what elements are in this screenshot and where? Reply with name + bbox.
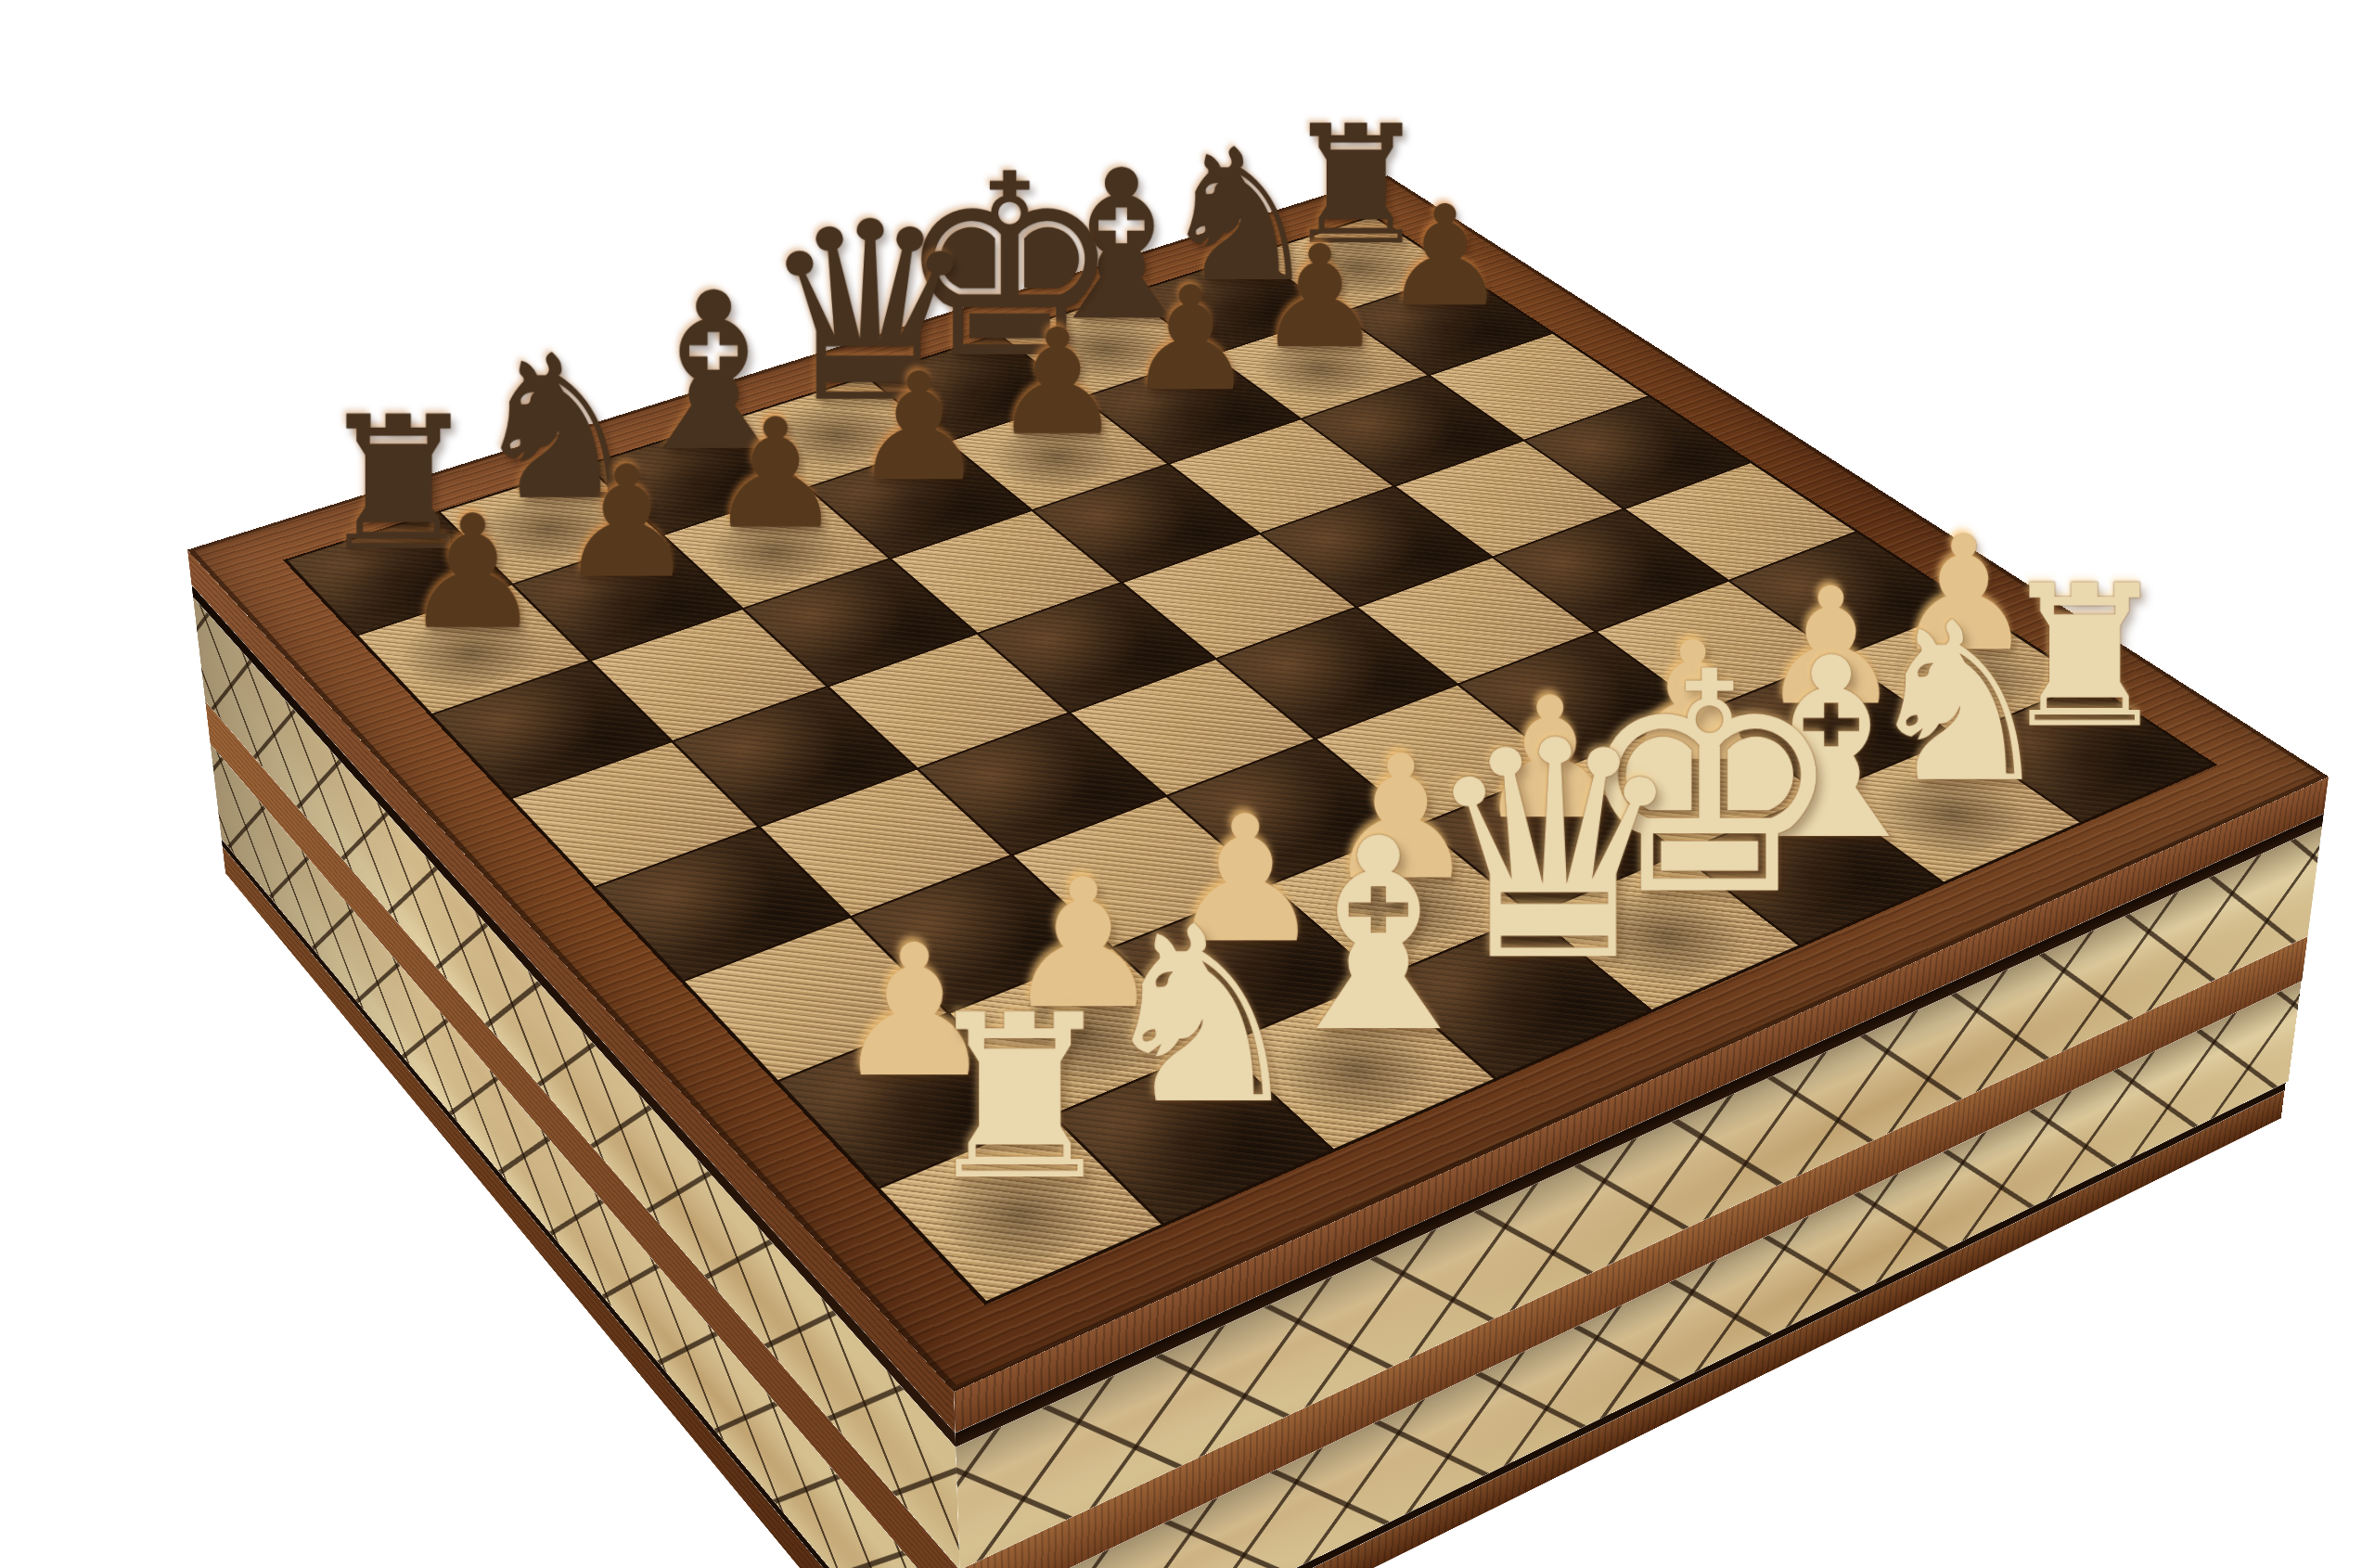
piece-black-pawn[interactable]: ♟ — [978, 314, 1136, 453]
chess-set-photo: ♜♞♝♛♚♝♞♜♟♟♟♟♟♟♟♟♟♟♟♟♟♟♟♟♜♞♝♛♚♝♞♜ — [0, 0, 2375, 1568]
piece-black-pawn[interactable]: ♟ — [839, 357, 1000, 498]
piece-black-pawn[interactable]: ♟ — [694, 403, 858, 546]
piece-white-knight[interactable]: ♞ — [1093, 901, 1292, 1132]
piece-black-pawn[interactable]: ♟ — [388, 498, 558, 648]
chess-set: ♜♞♝♛♚♝♞♜♟♟♟♟♟♟♟♟♟♟♟♟♟♟♟♟♜♞♝♛♚♝♞♜ — [187, 175, 2329, 1392]
piece-white-rook[interactable]: ♜ — [918, 991, 1122, 1206]
square-a1[interactable]: ♜ — [880, 1117, 1161, 1301]
piece-black-pawn[interactable]: ♟ — [544, 450, 711, 597]
